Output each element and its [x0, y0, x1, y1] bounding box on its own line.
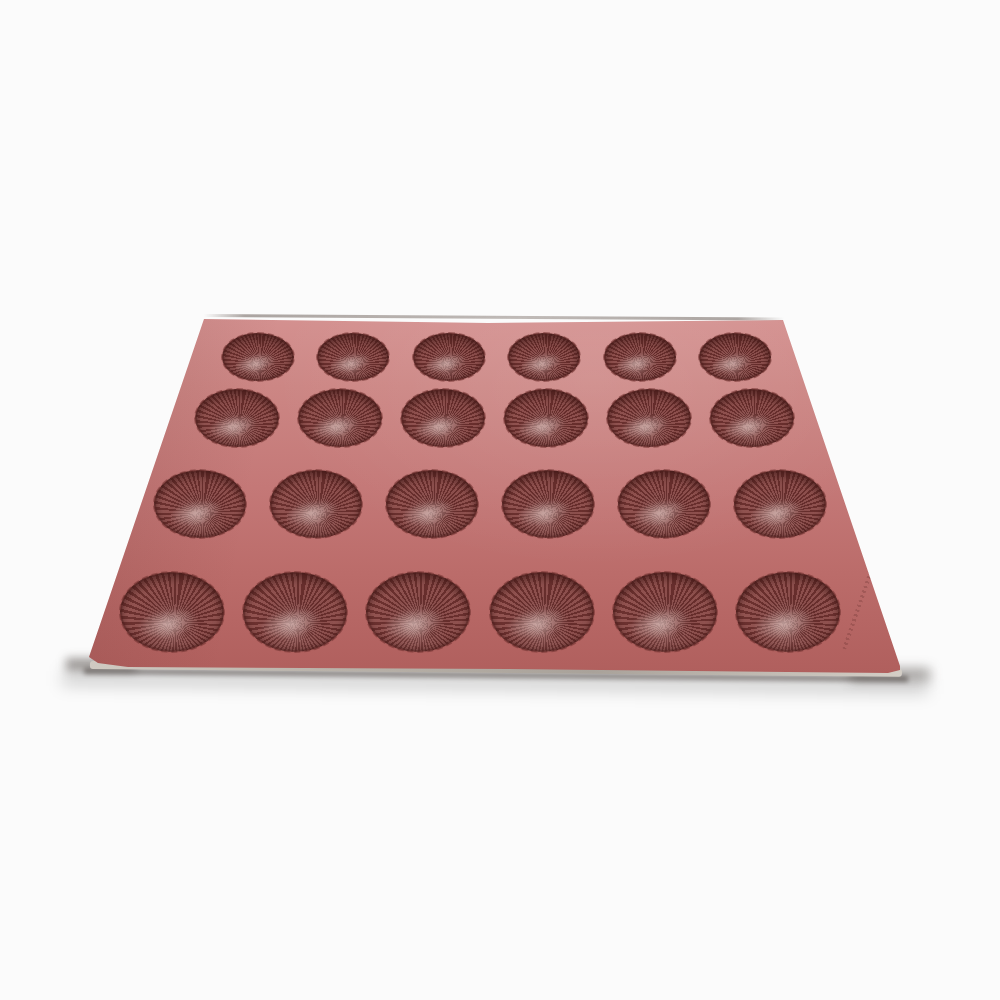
mould-row-4 [120, 572, 840, 652]
mould-cavity-r3c1 [154, 470, 246, 538]
mould-cavity-r3c6 [734, 470, 826, 538]
mould-cavity-r3c3 [386, 470, 478, 538]
mould-far-edge-highlight [204, 314, 784, 321]
mould-cavity-r1c1 [222, 333, 294, 381]
mould-cavity-r2c5 [607, 389, 691, 447]
mould-cavity-r4c3 [366, 572, 470, 652]
mould-cavity-r2c6 [710, 389, 794, 447]
mould-row-3 [154, 470, 826, 538]
mould-cavity-r4c4 [490, 572, 594, 652]
mould-cavity-r3c2 [270, 470, 362, 538]
embossed-marking [842, 556, 878, 650]
mould-row-1 [222, 333, 771, 381]
mould-cavity-r4c1 [120, 572, 224, 652]
mould-row-2 [195, 389, 794, 447]
mould-cavity-r2c2 [298, 389, 382, 447]
mould-cavity-r2c4 [504, 389, 588, 447]
mould-cavity-r4c5 [613, 572, 717, 652]
photo-canvas [0, 0, 1000, 1000]
mould-cavity-r2c1 [195, 389, 279, 447]
mould-cavity-r1c2 [317, 333, 389, 381]
mould-cavity-r4c6 [736, 572, 840, 652]
mould-cavity-r3c5 [618, 470, 710, 538]
mould-cavity-r1c4 [508, 333, 580, 381]
mould-cavity-r2c3 [401, 389, 485, 447]
mould-cavity-r4c2 [243, 572, 347, 652]
mould-cavity-r1c3 [413, 333, 485, 381]
baking-mould [88, 316, 902, 674]
mould-cavity-r1c6 [699, 333, 771, 381]
mould-cavity-r1c5 [604, 333, 676, 381]
mould-cavity-r3c4 [502, 470, 594, 538]
